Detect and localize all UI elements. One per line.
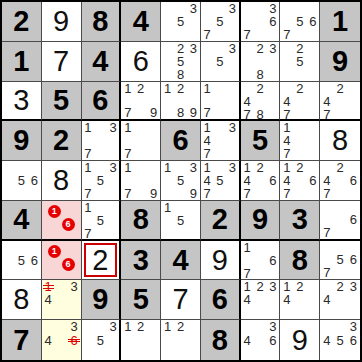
candidate-1: 1: [84, 201, 91, 214]
candidate-3: 3: [229, 161, 236, 174]
candidate-5: 5: [216, 174, 223, 187]
given-digit: 8: [212, 326, 228, 355]
cell-r2c5[interactable]: 2358: [161, 42, 201, 82]
cell-r6c3[interactable]: 157: [82, 201, 122, 241]
cell-r6c7[interactable]: 9: [241, 201, 281, 241]
candidate-4: 4: [283, 95, 290, 108]
cell-r5c8[interactable]: 12467: [280, 161, 320, 201]
cell-r4c8[interactable]: 147: [280, 121, 320, 161]
cell-r5c4[interactable]: 179: [121, 161, 161, 201]
cell-r8c1[interactable]: 8: [2, 280, 42, 320]
candidate-2: 2: [137, 320, 144, 333]
candidate-5: 5: [97, 334, 104, 347]
pencil-marks: 167: [241, 241, 280, 280]
cell-r3c1[interactable]: 3: [2, 82, 42, 122]
cell-r4c2[interactable]: 2: [42, 121, 82, 161]
candidate-3: 3: [229, 121, 236, 134]
candidate-1: 1: [164, 82, 171, 95]
pencil-marks: 56: [2, 161, 41, 200]
chain-candidate-1: 1: [48, 205, 61, 218]
candidate-2: 2: [256, 280, 263, 293]
pencil-marks: 35: [82, 320, 120, 360]
given-digit: 4: [13, 205, 29, 234]
candidate-9: 9: [190, 187, 197, 200]
cell-r2c2[interactable]: 7: [42, 42, 82, 82]
given-digit: 9: [252, 205, 268, 234]
pencil-marks: 367: [241, 2, 280, 41]
cell-r2c6[interactable]: 35: [201, 42, 241, 82]
pencil-marks: 12467: [241, 161, 280, 200]
pencil-marks: 1234: [241, 280, 280, 319]
cell-r2c8[interactable]: 25: [280, 42, 320, 82]
pencil-marks: 346: [241, 320, 280, 360]
cell-r9c9[interactable]: 3456: [320, 320, 360, 360]
candidate-2: 2: [177, 42, 184, 55]
candidate-7: 7: [124, 106, 131, 119]
cell-r9c6[interactable]: 8: [201, 320, 241, 360]
candidate-2: 2: [177, 82, 184, 95]
candidate-4: 4: [323, 293, 330, 306]
candidate-7: 7: [244, 28, 251, 41]
pencil-marks: 137: [82, 121, 120, 160]
chain-candidate-6: 6: [62, 258, 75, 271]
candidate-3: 3: [70, 320, 77, 333]
pencil-marks: 25: [280, 42, 319, 81]
candidate-7: 7: [283, 108, 290, 121]
cell-r7c8[interactable]: 8: [280, 241, 320, 281]
pencil-marks: 157: [82, 201, 120, 239]
candidate-3: 3: [190, 2, 197, 15]
candidate-5: 5: [97, 214, 104, 227]
solved-digit: 8: [13, 285, 29, 314]
candidate-5: 5: [296, 55, 303, 68]
candidate-3: 3: [109, 121, 116, 134]
pencil-marks: 567: [280, 2, 319, 41]
candidate-2: 2: [296, 82, 303, 95]
given-digit: 5: [133, 285, 149, 314]
given-digit: 6: [212, 285, 228, 314]
cell-r9c1[interactable]: 7: [2, 320, 42, 360]
candidate-2: 2: [256, 161, 263, 174]
cell-r3c5[interactable]: 1289: [161, 82, 201, 122]
cell-r6c8[interactable]: 3: [280, 201, 320, 241]
cell-r2c7[interactable]: 238: [241, 42, 281, 82]
pencil-marks: 17: [201, 82, 239, 120]
candidate-6: 6: [269, 174, 276, 187]
cell-r7c6[interactable]: 9: [201, 241, 241, 281]
pencil-marks: 3456: [320, 320, 360, 360]
given-digit: 4: [172, 246, 188, 275]
cell-r5c2[interactable]: 8: [42, 161, 82, 201]
pencil-marks: 17: [121, 121, 160, 160]
given-digit: 2: [53, 126, 69, 155]
candidate-5: 5: [177, 15, 184, 28]
cell-r2c9[interactable]: 9: [320, 42, 360, 82]
candidate-3: 3: [109, 161, 116, 174]
cell-r6c9[interactable]: 67: [320, 201, 360, 241]
solved-digit: 9: [292, 326, 308, 355]
candidate-2: 2: [137, 82, 144, 95]
given-digit: 1: [13, 47, 29, 76]
pencil-marks: 16: [48, 205, 75, 235]
solved-digit: 3: [13, 86, 29, 115]
candidate-7: 7: [244, 187, 251, 200]
candidate-1: 1: [124, 320, 131, 333]
cell-r1c3[interactable]: 8: [82, 2, 122, 42]
candidate-7: 7: [204, 28, 211, 41]
candidate-3: 3: [269, 320, 276, 333]
cell-r5c1[interactable]: 56: [2, 161, 42, 201]
given-digit: 9: [13, 126, 29, 155]
candidate-7: 7: [323, 187, 330, 200]
pencil-marks: 1359: [161, 161, 200, 200]
chain-candidate-6: 6: [62, 218, 75, 231]
solved-digit: 9: [53, 7, 69, 36]
given-digit: 9: [332, 47, 348, 76]
given-digit: 8: [133, 205, 149, 234]
given-digit: 7: [13, 326, 29, 355]
cell-r4c7[interactable]: 5: [241, 121, 281, 161]
candidate-2: 2: [336, 161, 343, 174]
cell-r7c5[interactable]: 4: [161, 241, 201, 281]
cell-r8c5[interactable]: 7: [161, 280, 201, 320]
cell-r7c7[interactable]: 167: [241, 241, 281, 281]
cell-r8c2[interactable]: 134: [42, 280, 82, 320]
candidate-6: 6: [350, 213, 357, 226]
chain-candidate-1: 1: [48, 245, 61, 258]
pencil-marks: 124: [280, 280, 319, 319]
candidate-8: 8: [177, 68, 184, 81]
candidate-3: 3: [269, 42, 276, 55]
cell-r3c3[interactable]: 6: [82, 82, 122, 122]
cell-r9c7[interactable]: 346: [241, 320, 281, 360]
cell-r8c4[interactable]: 5: [121, 280, 161, 320]
candidate-5: 5: [336, 253, 343, 266]
candidate-5: 5: [177, 55, 184, 68]
cell-r3c9[interactable]: 247: [320, 82, 360, 122]
solved-digit: 8: [332, 126, 348, 155]
candidate-7: 7: [84, 187, 91, 200]
cell-r6c4[interactable]: 8: [121, 201, 161, 241]
candidate-1: 1: [124, 82, 131, 95]
pencil-marks: 1279: [121, 82, 160, 120]
cell-r4c4[interactable]: 17: [121, 121, 161, 161]
candidate-6: 6: [269, 15, 276, 28]
candidate-7: 7: [323, 226, 330, 239]
candidate-6: 6: [350, 334, 357, 347]
candidate-2: 2: [296, 161, 303, 174]
pencil-marks: 238: [241, 42, 280, 81]
candidate-8: 8: [256, 68, 263, 81]
candidate-2: 2: [336, 280, 343, 293]
candidate-6: 6: [31, 174, 38, 187]
candidate-5: 5: [296, 15, 303, 28]
cell-r3c6[interactable]: 17: [201, 82, 241, 122]
pencil-marks: 567: [320, 241, 360, 280]
candidate-8: 8: [177, 106, 184, 119]
pencil-marks: 12467: [280, 161, 319, 200]
pencil-marks: 12: [161, 320, 200, 360]
cell-r1c1[interactable]: 2: [2, 2, 42, 42]
candidate-7: 7: [84, 147, 91, 160]
candidate-7: 7: [283, 187, 290, 200]
candidate-1: 1: [164, 201, 171, 214]
solved-digit: 8: [53, 166, 69, 195]
candidate-7: 7: [244, 267, 251, 280]
candidate-7: 7: [204, 106, 211, 119]
cell-r4c3[interactable]: 137: [82, 121, 122, 161]
pencil-marks: 179: [121, 161, 160, 200]
candidate-4: 4: [323, 334, 330, 347]
pencil-marks: 56: [2, 241, 41, 280]
cell-r1c9[interactable]: 1: [320, 2, 360, 42]
candidate-3: 3: [70, 280, 77, 293]
candidate-4: 4: [323, 95, 330, 108]
cell-r6c2[interactable]: 16: [42, 201, 82, 241]
candidate-6: 6: [350, 174, 357, 187]
cell-r1c2[interactable]: 9: [42, 2, 82, 42]
cell-r3c8[interactable]: 247: [280, 82, 320, 122]
cell-r7c2[interactable]: 16: [42, 241, 82, 281]
given-digit: 2: [13, 7, 29, 36]
candidate-7: 7: [84, 227, 91, 240]
cell-r9c2[interactable]: 346: [42, 320, 82, 360]
candidate-7: 7: [124, 147, 131, 160]
given-digit: 5: [252, 126, 268, 155]
candidate-6: 6: [309, 174, 316, 187]
cell-r5c5[interactable]: 1359: [161, 161, 201, 201]
candidate-1: 1: [164, 320, 171, 333]
candidate-2: 2: [177, 320, 184, 333]
candidate-7: 7: [204, 147, 211, 160]
candidate-6: 6: [269, 254, 276, 267]
candidate-1: 1: [244, 241, 251, 254]
cell-r9c4[interactable]: 12: [121, 320, 161, 360]
candidate-3: 3: [350, 320, 357, 333]
cell-r5c9[interactable]: 2467: [320, 161, 360, 201]
candidate-5: 5: [177, 174, 184, 187]
candidate-1: 1: [84, 121, 91, 134]
candidate-9: 9: [150, 106, 157, 119]
candidate-7: 7: [244, 108, 251, 121]
solved-digit: 7: [172, 285, 188, 314]
pencil-marks: 67: [320, 201, 360, 239]
given-digit: 4: [133, 7, 149, 36]
cell-r6c6[interactable]: 2: [201, 201, 241, 241]
candidate-2: 2: [296, 42, 303, 55]
pencil-marks: 1347: [201, 121, 239, 160]
solved-digit: 2: [92, 246, 108, 275]
given-digit: 6: [92, 86, 108, 115]
cell-r4c6[interactable]: 1347: [201, 121, 241, 161]
solved-digit: 7: [53, 47, 69, 76]
candidate-5: 5: [18, 174, 25, 187]
candidate-1: 1: [124, 161, 131, 174]
pencil-marks: 35: [201, 42, 239, 81]
candidate-1: 1: [84, 161, 91, 174]
candidate-6: 6: [350, 253, 357, 266]
given-digit: 2: [212, 205, 228, 234]
candidate-1: 1: [124, 121, 131, 134]
candidate-4: 4: [244, 95, 251, 108]
candidate-5: 5: [336, 334, 343, 347]
cell-r1c8[interactable]: 567: [280, 2, 320, 42]
given-digit: 3: [133, 246, 149, 275]
candidate-4: 4: [244, 293, 251, 306]
cell-r4c9[interactable]: 8: [320, 121, 360, 161]
cell-r8c3[interactable]: 9: [82, 280, 122, 320]
cell-r3c4[interactable]: 1279: [121, 82, 161, 122]
candidate-7: 7: [323, 108, 330, 121]
cell-r7c3[interactable]: 2: [82, 241, 122, 281]
cell-r9c8[interactable]: 9: [280, 320, 320, 360]
candidate-7: 7: [204, 187, 211, 200]
candidate-3: 3: [190, 161, 197, 174]
candidate-3: 3: [229, 2, 236, 15]
pencil-marks: 35: [161, 2, 200, 41]
cell-r4c1[interactable]: 9: [2, 121, 42, 161]
candidate-3: 3: [269, 280, 276, 293]
cell-r1c6[interactable]: 357: [201, 2, 241, 42]
cell-r1c7[interactable]: 367: [241, 2, 281, 42]
cell-r8c6[interactable]: 6: [201, 280, 241, 320]
given-digit: 8: [292, 246, 308, 275]
pencil-marks: 2358: [161, 42, 200, 81]
given-digit: 8: [92, 7, 108, 36]
candidate-6: 6: [309, 15, 316, 28]
candidate-1: 1: [204, 82, 211, 95]
cell-r5c7[interactable]: 12467: [241, 161, 281, 201]
given-digit: 9: [92, 285, 108, 314]
pencil-marks: 1357: [82, 161, 120, 200]
candidate-2: 2: [256, 82, 263, 95]
pencil-marks: 147: [280, 121, 319, 160]
pencil-marks: 247: [280, 82, 319, 120]
pencil-marks: 234: [320, 280, 360, 319]
cell-r6c5[interactable]: 15: [161, 201, 201, 241]
cell-r3c7[interactable]: 2478: [241, 82, 281, 122]
given-digit: 5: [53, 86, 69, 115]
pencil-marks: 1289: [161, 82, 200, 120]
cell-r6c1[interactable]: 4: [2, 201, 42, 241]
cell-r8c8[interactable]: 124: [280, 280, 320, 320]
candidate-9: 9: [190, 106, 197, 119]
candidate-2: 2: [256, 42, 263, 55]
cell-r2c4[interactable]: 6: [121, 42, 161, 82]
cell-r7c4[interactable]: 3: [121, 241, 161, 281]
candidate-5: 5: [216, 55, 223, 68]
given-digit: 3: [292, 205, 308, 234]
candidate-4: 4: [45, 293, 52, 306]
candidate-5: 5: [216, 15, 223, 28]
cell-r9c5[interactable]: 12: [161, 320, 201, 360]
solved-digit: 9: [212, 246, 228, 275]
cell-r5c6[interactable]: 13457: [201, 161, 241, 201]
pencil-marks: 2467: [320, 161, 360, 200]
candidate-6: 6: [269, 334, 276, 347]
cell-r5c3[interactable]: 1357: [82, 161, 122, 201]
cell-r2c3[interactable]: 4: [82, 42, 122, 82]
candidate-4: 4: [244, 334, 251, 347]
pencil-marks: 247: [320, 82, 360, 120]
cell-r8c9[interactable]: 234: [320, 280, 360, 320]
solved-digit: 6: [133, 47, 149, 76]
candidate-5: 5: [18, 254, 25, 267]
eliminated-candidate-6: 6: [70, 334, 77, 347]
candidate-2: 2: [296, 280, 303, 293]
pencil-marks: 357: [201, 2, 239, 41]
pencil-marks: 346: [42, 320, 81, 360]
eliminated-candidate-1: 1: [45, 280, 52, 293]
cell-r2c1[interactable]: 1: [2, 42, 42, 82]
sudoku-board: 2984353573675671174623583523825935612791…: [0, 0, 362, 362]
candidate-7: 7: [323, 266, 330, 279]
given-digit: 1: [332, 7, 348, 36]
pencil-marks: 13457: [201, 161, 239, 200]
candidate-3: 3: [190, 42, 197, 55]
pencil-marks: 2478: [241, 82, 280, 120]
candidate-3: 3: [350, 280, 357, 293]
candidate-4: 4: [283, 293, 290, 306]
cell-r7c9[interactable]: 567: [320, 241, 360, 281]
candidate-7: 7: [283, 147, 290, 160]
cell-r1c5[interactable]: 35: [161, 2, 201, 42]
pencil-marks: 16: [48, 245, 75, 276]
pencil-marks: 15: [161, 201, 200, 239]
given-digit: 6: [172, 126, 188, 155]
cell-r4c5[interactable]: 6: [161, 121, 201, 161]
cell-r1c4[interactable]: 4: [121, 2, 161, 42]
candidate-7: 7: [124, 187, 131, 200]
pencil-marks: 12: [121, 320, 160, 360]
candidate-6: 6: [31, 254, 38, 267]
cell-r9c3[interactable]: 35: [82, 320, 122, 360]
candidate-8: 8: [256, 108, 263, 121]
candidate-3: 3: [229, 42, 236, 55]
candidate-2: 2: [336, 82, 343, 95]
cell-r7c1[interactable]: 56: [2, 241, 42, 281]
candidate-3: 3: [109, 320, 116, 333]
candidate-7: 7: [283, 28, 290, 41]
pencil-marks: 134: [42, 280, 81, 319]
given-digit: 4: [92, 47, 108, 76]
cell-r3c2[interactable]: 5: [42, 82, 82, 122]
candidate-5: 5: [97, 174, 104, 187]
candidate-4: 4: [45, 334, 52, 347]
cell-r8c7[interactable]: 1234: [241, 280, 281, 320]
candidate-9: 9: [150, 187, 157, 200]
candidate-1: 1: [164, 161, 171, 174]
candidate-5: 5: [177, 214, 184, 227]
